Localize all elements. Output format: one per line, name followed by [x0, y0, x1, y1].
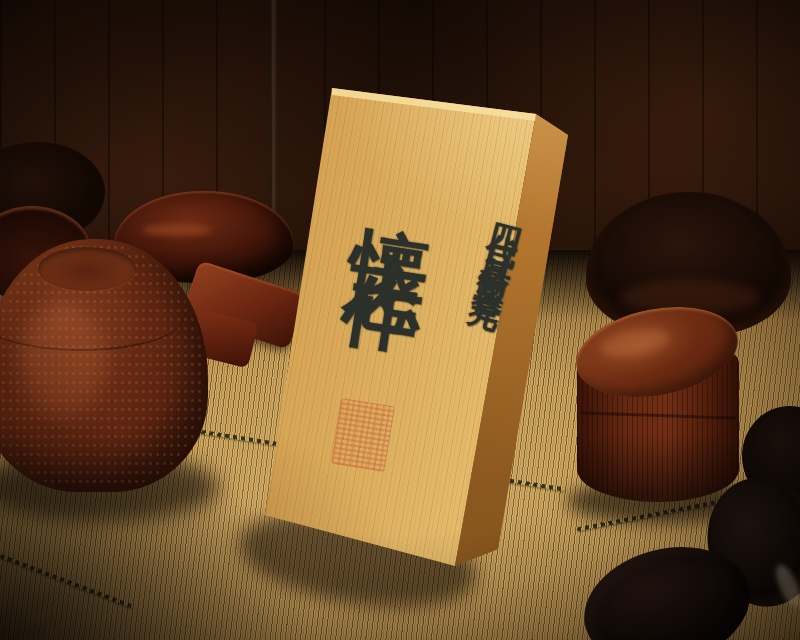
- maker-seal: [331, 398, 395, 472]
- bowl-highlight: [20, 305, 106, 415]
- inscription-left-column: 懐志作: [342, 156, 458, 249]
- go-equipment-photo: 四代目碁笥製造元 懐志作: [0, 0, 800, 640]
- bowl-sheen: [142, 224, 212, 236]
